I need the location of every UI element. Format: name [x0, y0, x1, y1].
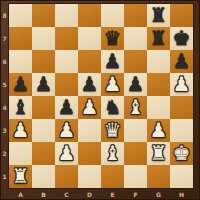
black-knight-e4[interactable]: ♞: [104, 96, 122, 119]
square-d8[interactable]: [78, 4, 101, 27]
rank-label-1: 1: [0, 165, 9, 188]
square-d2[interactable]: [78, 142, 101, 165]
square-c7[interactable]: [55, 27, 78, 50]
square-d4[interactable]: ♟: [78, 96, 101, 119]
square-a4[interactable]: ♝: [9, 96, 32, 119]
square-e8[interactable]: [101, 4, 124, 27]
square-g1[interactable]: [147, 165, 170, 188]
square-c2[interactable]: ♟: [55, 142, 78, 165]
black-queen-e7[interactable]: ♛: [104, 27, 122, 50]
square-b8[interactable]: [32, 4, 55, 27]
square-e6[interactable]: ♟: [101, 50, 124, 73]
rank-label-7: 7: [0, 27, 9, 50]
square-g8[interactable]: ♜: [147, 4, 170, 27]
file-label-c: C: [55, 188, 78, 200]
square-f5[interactable]: ♟: [124, 73, 147, 96]
square-c3[interactable]: ♟: [55, 119, 78, 142]
square-e3[interactable]: ♛: [101, 119, 124, 142]
square-a7[interactable]: [9, 27, 32, 50]
file-labels: ABCDEFGH: [9, 188, 193, 200]
square-f1[interactable]: [124, 165, 147, 188]
square-h8[interactable]: [170, 4, 193, 27]
black-bishop-a4[interactable]: ♝: [12, 96, 30, 119]
black-pawn-d5[interactable]: ♟: [81, 73, 99, 96]
file-label-d: D: [78, 188, 101, 200]
rank-label-4: 4: [0, 96, 9, 119]
square-e5[interactable]: ♟: [101, 73, 124, 96]
black-pawn-c4[interactable]: ♟: [58, 96, 76, 119]
chess-board: ♜♛♜♚♟♟♟♟♟♟♟♟♝♟♟♞♝♟♟♛♟♟♝♜♚♜: [9, 4, 193, 188]
square-d6[interactable]: [78, 50, 101, 73]
square-c1[interactable]: [55, 165, 78, 188]
square-g3[interactable]: ♟: [147, 119, 170, 142]
rank-label-3: 3: [0, 119, 9, 142]
white-pawn-e5[interactable]: ♟: [104, 73, 122, 96]
black-rook-g8[interactable]: ♜: [150, 4, 168, 27]
square-f8[interactable]: [124, 4, 147, 27]
black-pawn-h6[interactable]: ♟: [173, 50, 191, 73]
square-e2[interactable]: ♝: [101, 142, 124, 165]
square-f2[interactable]: [124, 142, 147, 165]
square-c8[interactable]: [55, 4, 78, 27]
white-rook-a1[interactable]: ♜: [12, 165, 30, 188]
white-pawn-c2[interactable]: ♟: [58, 142, 76, 165]
square-h5[interactable]: ♟: [170, 73, 193, 96]
square-a5[interactable]: ♟: [9, 73, 32, 96]
rank-labels: 87654321: [0, 4, 9, 188]
white-queen-e3[interactable]: ♛: [104, 119, 122, 142]
square-g5[interactable]: [147, 73, 170, 96]
square-h1[interactable]: [170, 165, 193, 188]
square-h2[interactable]: ♚: [170, 142, 193, 165]
square-a8[interactable]: [9, 4, 32, 27]
square-a1[interactable]: ♜: [9, 165, 32, 188]
square-e4[interactable]: ♞: [101, 96, 124, 119]
black-pawn-a5[interactable]: ♟: [12, 73, 30, 96]
white-pawn-a3[interactable]: ♟: [12, 119, 30, 142]
square-f4[interactable]: ♝: [124, 96, 147, 119]
square-b5[interactable]: ♟: [32, 73, 55, 96]
square-c5[interactable]: [55, 73, 78, 96]
file-label-e: E: [101, 188, 124, 200]
white-bishop-f4[interactable]: ♝: [127, 96, 145, 119]
square-g7[interactable]: ♜: [147, 27, 170, 50]
square-a6[interactable]: [9, 50, 32, 73]
square-b3[interactable]: [32, 119, 55, 142]
white-pawn-c3[interactable]: ♟: [58, 119, 76, 142]
square-d3[interactable]: [78, 119, 101, 142]
square-f7[interactable]: [124, 27, 147, 50]
square-c6[interactable]: [55, 50, 78, 73]
file-label-f: F: [124, 188, 147, 200]
file-label-h: H: [170, 188, 193, 200]
file-label-b: B: [32, 188, 55, 200]
rank-label-8: 8: [0, 4, 9, 27]
square-g6[interactable]: [147, 50, 170, 73]
white-pawn-h5[interactable]: ♟: [173, 73, 191, 96]
black-pawn-e6[interactable]: ♟: [104, 50, 122, 73]
square-b7[interactable]: [32, 27, 55, 50]
square-b6[interactable]: [32, 50, 55, 73]
square-d7[interactable]: [78, 27, 101, 50]
square-b2[interactable]: [32, 142, 55, 165]
rank-label-6: 6: [0, 50, 9, 73]
rank-label-5: 5: [0, 73, 9, 96]
square-h3[interactable]: [170, 119, 193, 142]
square-d1[interactable]: [78, 165, 101, 188]
black-king-h7[interactable]: ♚: [173, 27, 191, 50]
white-king-h2[interactable]: ♚: [173, 142, 191, 165]
square-h4[interactable]: [170, 96, 193, 119]
white-rook-g2[interactable]: ♜: [150, 142, 168, 165]
square-e7[interactable]: ♛: [101, 27, 124, 50]
square-c4[interactable]: ♟: [55, 96, 78, 119]
square-g2[interactable]: ♜: [147, 142, 170, 165]
square-a3[interactable]: ♟: [9, 119, 32, 142]
chess-board-window: 87654321 ♜♛♜♚♟♟♟♟♟♟♟♟♝♟♟♞♝♟♟♛♟♟♝♜♚♜ ABCD…: [0, 0, 200, 200]
white-pawn-d4[interactable]: ♟: [81, 96, 99, 119]
square-b4[interactable]: [32, 96, 55, 119]
square-f6[interactable]: [124, 50, 147, 73]
square-d5[interactable]: ♟: [78, 73, 101, 96]
white-bishop-e2[interactable]: ♝: [104, 142, 122, 165]
file-label-a: A: [9, 188, 32, 200]
file-label-g: G: [147, 188, 170, 200]
square-a2[interactable]: [9, 142, 32, 165]
black-rook-g7[interactable]: ♜: [150, 27, 168, 50]
square-f3[interactable]: [124, 119, 147, 142]
square-g4[interactable]: [147, 96, 170, 119]
square-h6[interactable]: ♟: [170, 50, 193, 73]
white-pawn-g3[interactable]: ♟: [150, 119, 168, 142]
rank-label-2: 2: [0, 142, 9, 165]
black-pawn-f5[interactable]: ♟: [127, 73, 145, 96]
square-e1[interactable]: [101, 165, 124, 188]
black-pawn-b5[interactable]: ♟: [35, 73, 53, 96]
square-b1[interactable]: [32, 165, 55, 188]
square-h7[interactable]: ♚: [170, 27, 193, 50]
